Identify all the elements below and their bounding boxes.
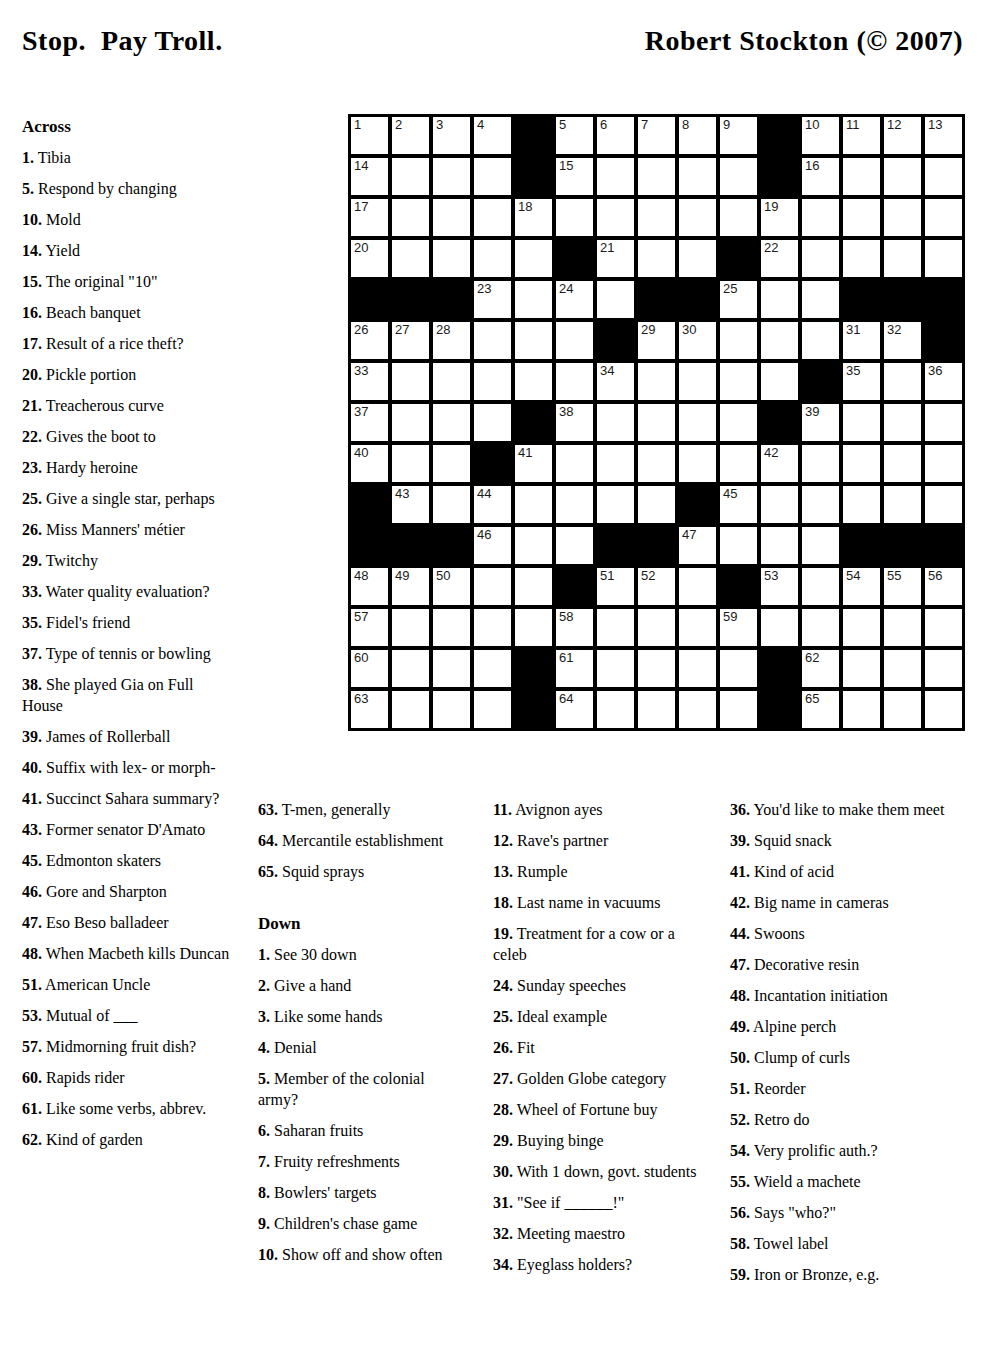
clue-across-1: 1. Tibia — [22, 147, 235, 168]
clue-down-19: 19. Treatment for a cow or a celeb — [493, 923, 706, 965]
cell-r14c3[interactable] — [433, 650, 470, 687]
cell-r9c5[interactable]: 41 — [515, 445, 552, 482]
cell-r7c14[interactable] — [884, 363, 921, 400]
cell-number-36: 36 — [928, 363, 942, 378]
cell-r5c10[interactable]: 25 — [720, 281, 757, 318]
cell-r4c5[interactable] — [515, 240, 552, 277]
cell-number-17: 17 — [354, 199, 368, 214]
cell-r9c15[interactable] — [925, 445, 962, 482]
black-cell-r5c1 — [351, 281, 388, 318]
cell-r12c12[interactable] — [802, 568, 839, 605]
cell-r13c11[interactable] — [761, 609, 798, 646]
clue-across-38: 38. She played Gia on Full House — [22, 674, 235, 716]
cell-r7c8[interactable] — [638, 363, 675, 400]
cell-r1c8[interactable]: 7 — [638, 117, 675, 154]
cell-r12c14[interactable]: 55 — [884, 568, 921, 605]
cell-r7c1[interactable]: 33 — [351, 363, 388, 400]
cell-r15c15[interactable] — [925, 691, 962, 728]
cell-r4c12[interactable] — [802, 240, 839, 277]
cell-r5c12[interactable] — [802, 281, 839, 318]
cell-r15c9[interactable] — [679, 691, 716, 728]
cell-r8c10[interactable] — [720, 404, 757, 441]
cell-r13c5[interactable] — [515, 609, 552, 646]
clue-number: 33. — [22, 583, 42, 600]
black-cell-r5c14 — [884, 281, 921, 318]
cell-r6c5[interactable] — [515, 322, 552, 359]
clue-number: 18. — [493, 894, 513, 911]
cell-r1c2[interactable]: 2 — [392, 117, 429, 154]
clue-number: 16. — [22, 304, 42, 321]
cell-r15c10[interactable] — [720, 691, 757, 728]
black-cell-r11c1 — [351, 527, 388, 564]
cell-r14c1[interactable]: 60 — [351, 650, 388, 687]
cell-number-47: 47 — [682, 527, 696, 542]
cell-r11c11[interactable] — [761, 527, 798, 564]
clue-number: 48. — [730, 987, 750, 1004]
clue-down-44: 44. Swoons — [730, 923, 955, 944]
cell-r10c3[interactable] — [433, 486, 470, 523]
cell-r8c4[interactable] — [474, 404, 511, 441]
cell-number-21: 21 — [600, 240, 614, 255]
clue-down-11: 11. Avignon ayes — [493, 799, 706, 820]
clue-across-45: 45. Edmonton skaters — [22, 850, 235, 871]
cell-r13c2[interactable] — [392, 609, 429, 646]
black-cell-r12c10 — [720, 568, 757, 605]
cell-r7c13[interactable]: 35 — [843, 363, 880, 400]
cell-r9c12[interactable] — [802, 445, 839, 482]
clue-number: 20. — [22, 366, 42, 383]
cell-r7c2[interactable] — [392, 363, 429, 400]
clue-down-1: 1. See 30 down — [258, 944, 465, 965]
cell-r9c9[interactable] — [679, 445, 716, 482]
cell-r6c3[interactable]: 28 — [433, 322, 470, 359]
cell-r14c2[interactable] — [392, 650, 429, 687]
cell-r6c2[interactable]: 27 — [392, 322, 429, 359]
cell-r6c4[interactable] — [474, 322, 511, 359]
cell-r10c5[interactable] — [515, 486, 552, 523]
clue-number: 45. — [22, 852, 42, 869]
clue-number: 17. — [22, 335, 42, 352]
cell-r3c1[interactable]: 17 — [351, 199, 388, 236]
black-cell-r6c7 — [597, 322, 634, 359]
clue-number: 22. — [22, 428, 42, 445]
cell-r2c13[interactable] — [843, 158, 880, 195]
cell-r7c5[interactable] — [515, 363, 552, 400]
cell-number-18: 18 — [518, 199, 532, 214]
cell-r4c13[interactable] — [843, 240, 880, 277]
cell-r3c8[interactable] — [638, 199, 675, 236]
clue-number: 23. — [22, 459, 42, 476]
clue-across-60: 60. Rapids rider — [22, 1067, 235, 1088]
cell-number-54: 54 — [846, 568, 860, 583]
cell-r11c10[interactable] — [720, 527, 757, 564]
cell-r12c4[interactable] — [474, 568, 511, 605]
black-cell-r14c11 — [761, 650, 798, 687]
clue-number: 3. — [258, 1008, 270, 1025]
clue-down-39: 39. Squid snack — [730, 830, 955, 851]
cell-r7c9[interactable] — [679, 363, 716, 400]
cell-r4c4[interactable] — [474, 240, 511, 277]
cell-number-10: 10 — [805, 117, 819, 132]
cell-r6c14[interactable]: 32 — [884, 322, 921, 359]
clue-number: 57. — [22, 1038, 42, 1055]
cell-r3c4[interactable] — [474, 199, 511, 236]
cell-r3c5[interactable]: 18 — [515, 199, 552, 236]
clue-across-41: 41. Succinct Sahara summary? — [22, 788, 235, 809]
cell-r11c5[interactable] — [515, 527, 552, 564]
clue-number: 47. — [22, 914, 42, 931]
cell-r12c8[interactable]: 52 — [638, 568, 675, 605]
cell-r1c6[interactable]: 5 — [556, 117, 593, 154]
cell-r5c7[interactable] — [597, 281, 634, 318]
cell-r3c2[interactable] — [392, 199, 429, 236]
cell-r8c2[interactable] — [392, 404, 429, 441]
clue-number: 59. — [730, 1266, 750, 1283]
cell-number-22: 22 — [764, 240, 778, 255]
cell-r4c14[interactable] — [884, 240, 921, 277]
cell-r3c11[interactable]: 19 — [761, 199, 798, 236]
cell-r1c15[interactable]: 13 — [925, 117, 962, 154]
cell-r9c10[interactable] — [720, 445, 757, 482]
cell-r11c9[interactable]: 47 — [679, 527, 716, 564]
cell-r5c6[interactable]: 24 — [556, 281, 593, 318]
clue-number: 7. — [258, 1153, 270, 1170]
black-cell-r8c11 — [761, 404, 798, 441]
cell-r12c2[interactable]: 49 — [392, 568, 429, 605]
clue-across-26: 26. Miss Manners' métier — [22, 519, 235, 540]
cell-r14c7[interactable] — [597, 650, 634, 687]
clue-number: 8. — [258, 1184, 270, 1201]
cell-r9c11[interactable]: 42 — [761, 445, 798, 482]
cell-r1c3[interactable]: 3 — [433, 117, 470, 154]
cell-r12c9[interactable] — [679, 568, 716, 605]
cell-number-24: 24 — [559, 281, 573, 296]
black-cell-r10c1 — [351, 486, 388, 523]
clue-across-57: 57. Midmorning fruit dish? — [22, 1036, 235, 1057]
black-cell-r5c13 — [843, 281, 880, 318]
cell-r15c14[interactable] — [884, 691, 921, 728]
cell-r4c15[interactable] — [925, 240, 962, 277]
cell-r2c12[interactable]: 16 — [802, 158, 839, 195]
cell-number-51: 51 — [600, 568, 614, 583]
cell-r12c15[interactable]: 56 — [925, 568, 962, 605]
clue-down-10: 10. Show off and show often — [258, 1244, 465, 1265]
cell-r3c3[interactable] — [433, 199, 470, 236]
cell-r10c12[interactable] — [802, 486, 839, 523]
black-cell-r6c15 — [925, 322, 962, 359]
cell-r4c9[interactable] — [679, 240, 716, 277]
cell-r2c2[interactable] — [392, 158, 429, 195]
cell-r2c10[interactable] — [720, 158, 757, 195]
cell-r8c7[interactable] — [597, 404, 634, 441]
cell-r2c9[interactable] — [679, 158, 716, 195]
cell-number-7: 7 — [641, 117, 648, 132]
cell-r1c1[interactable]: 1 — [351, 117, 388, 154]
cell-number-41: 41 — [518, 445, 532, 460]
cell-r6c12[interactable] — [802, 322, 839, 359]
black-cell-r14c5 — [515, 650, 552, 687]
cell-r10c15[interactable] — [925, 486, 962, 523]
cell-number-26: 26 — [354, 322, 368, 337]
cell-r2c15[interactable] — [925, 158, 962, 195]
cell-r6c13[interactable]: 31 — [843, 322, 880, 359]
cell-r14c9[interactable] — [679, 650, 716, 687]
cell-number-11: 11 — [846, 117, 860, 132]
black-cell-r9c4 — [474, 445, 511, 482]
cell-number-33: 33 — [354, 363, 368, 378]
cell-r4c7[interactable]: 21 — [597, 240, 634, 277]
clue-across-17: 17. Result of a rice theft? — [22, 333, 235, 354]
cell-r8c14[interactable] — [884, 404, 921, 441]
clue-across-10: 10. Mold — [22, 209, 235, 230]
cell-r5c5[interactable] — [515, 281, 552, 318]
cell-r10c10[interactable]: 45 — [720, 486, 757, 523]
cell-r6c9[interactable]: 30 — [679, 322, 716, 359]
cell-r6c6[interactable] — [556, 322, 593, 359]
cell-r5c4[interactable]: 23 — [474, 281, 511, 318]
clue-number: 39. — [730, 832, 750, 849]
clue-down-50: 50. Clump of curls — [730, 1047, 955, 1068]
cell-r3c9[interactable] — [679, 199, 716, 236]
cell-r2c7[interactable] — [597, 158, 634, 195]
cell-r13c10[interactable]: 59 — [720, 609, 757, 646]
cell-r11c12[interactable] — [802, 527, 839, 564]
cell-r10c2[interactable]: 43 — [392, 486, 429, 523]
cell-r4c1[interactable]: 20 — [351, 240, 388, 277]
clue-across-63: 63. T-men, generally — [258, 799, 465, 820]
cell-r7c4[interactable] — [474, 363, 511, 400]
cell-r1c14[interactable]: 12 — [884, 117, 921, 154]
cell-r13c9[interactable] — [679, 609, 716, 646]
cell-r9c13[interactable] — [843, 445, 880, 482]
clue-down-2: 2. Give a hand — [258, 975, 465, 996]
cell-number-27: 27 — [395, 322, 409, 337]
cell-r6c1[interactable]: 26 — [351, 322, 388, 359]
cell-r1c7[interactable]: 6 — [597, 117, 634, 154]
clue-number: 58. — [730, 1235, 750, 1252]
cell-r2c3[interactable] — [433, 158, 470, 195]
cell-r2c1[interactable]: 14 — [351, 158, 388, 195]
cell-r14c14[interactable] — [884, 650, 921, 687]
clue-number: 26. — [22, 521, 42, 538]
cell-number-52: 52 — [641, 568, 655, 583]
cell-number-62: 62 — [805, 650, 819, 665]
cell-r15c3[interactable] — [433, 691, 470, 728]
cell-r3c7[interactable] — [597, 199, 634, 236]
clue-number: 29. — [493, 1132, 513, 1149]
clue-number: 25. — [493, 1008, 513, 1025]
clue-down-59: 59. Iron or Bronze, e.g. — [730, 1264, 955, 1285]
cell-r9c8[interactable] — [638, 445, 675, 482]
cell-number-5: 5 — [559, 117, 566, 132]
clue-across-33: 33. Water quality evaluation? — [22, 581, 235, 602]
cell-r6c8[interactable]: 29 — [638, 322, 675, 359]
cell-r13c1[interactable]: 57 — [351, 609, 388, 646]
cell-r7c10[interactable] — [720, 363, 757, 400]
clue-down-31: 31. "See if ______!" — [493, 1192, 706, 1213]
cell-r13c14[interactable] — [884, 609, 921, 646]
clue-number: 51. — [730, 1080, 750, 1097]
cell-r8c1[interactable]: 37 — [351, 404, 388, 441]
clue-number: 14. — [22, 242, 42, 259]
black-cell-r11c7 — [597, 527, 634, 564]
cell-r6c10[interactable] — [720, 322, 757, 359]
clue-down-7: 7. Fruity refreshments — [258, 1151, 465, 1172]
cell-r13c7[interactable] — [597, 609, 634, 646]
cell-r7c11[interactable] — [761, 363, 798, 400]
cell-r2c8[interactable] — [638, 158, 675, 195]
cell-r14c15[interactable] — [925, 650, 962, 687]
cell-r7c6[interactable] — [556, 363, 593, 400]
cell-r15c1[interactable]: 63 — [351, 691, 388, 728]
clue-number: 27. — [493, 1070, 513, 1087]
cell-r15c2[interactable] — [392, 691, 429, 728]
cell-r5c11[interactable] — [761, 281, 798, 318]
clue-down-9: 9. Children's chase game — [258, 1213, 465, 1234]
cell-r13c3[interactable] — [433, 609, 470, 646]
clue-down-26: 26. Fit — [493, 1037, 706, 1058]
cell-r9c7[interactable] — [597, 445, 634, 482]
cell-r12c1[interactable]: 48 — [351, 568, 388, 605]
cell-number-40: 40 — [354, 445, 368, 460]
cell-r14c12[interactable]: 62 — [802, 650, 839, 687]
cell-r4c8[interactable] — [638, 240, 675, 277]
clue-number: 19. — [493, 925, 513, 942]
clue-down-25: 25. Ideal example — [493, 1006, 706, 1027]
cell-r6c11[interactable] — [761, 322, 798, 359]
clue-down-36: 36. You'd like to make them meet — [730, 799, 955, 820]
cell-r15c7[interactable] — [597, 691, 634, 728]
cell-number-8: 8 — [682, 117, 689, 132]
cell-r10c7[interactable] — [597, 486, 634, 523]
cell-number-35: 35 — [846, 363, 860, 378]
cell-r10c13[interactable] — [843, 486, 880, 523]
cell-r13c8[interactable] — [638, 609, 675, 646]
clue-across-35: 35. Fidel's friend — [22, 612, 235, 633]
cell-r3c15[interactable] — [925, 199, 962, 236]
cell-number-43: 43 — [395, 486, 409, 501]
cell-r7c3[interactable] — [433, 363, 470, 400]
cell-r8c15[interactable] — [925, 404, 962, 441]
cell-r11c6[interactable] — [556, 527, 593, 564]
cell-r8c8[interactable] — [638, 404, 675, 441]
cell-number-28: 28 — [436, 322, 450, 337]
clue-number: 46. — [22, 883, 42, 900]
cell-r10c14[interactable] — [884, 486, 921, 523]
cell-r13c6[interactable]: 58 — [556, 609, 593, 646]
clue-number: 43. — [22, 821, 42, 838]
clue-number: 25. — [22, 490, 42, 507]
crossword-page: Stop. Pay Troll. Robert Stockton (© 2007… — [0, 0, 982, 1360]
cell-number-2: 2 — [395, 117, 402, 132]
clue-down-48: 48. Incantation initiation — [730, 985, 955, 1006]
cell-r3c10[interactable] — [720, 199, 757, 236]
cell-r12c13[interactable]: 54 — [843, 568, 880, 605]
cell-r7c15[interactable]: 36 — [925, 363, 962, 400]
cell-r9c3[interactable] — [433, 445, 470, 482]
cell-r1c12[interactable]: 10 — [802, 117, 839, 154]
cell-r13c12[interactable] — [802, 609, 839, 646]
cell-r1c10[interactable]: 9 — [720, 117, 757, 154]
black-cell-r1c5 — [515, 117, 552, 154]
cell-r3c13[interactable] — [843, 199, 880, 236]
cell-r14c13[interactable] — [843, 650, 880, 687]
black-cell-r12c6 — [556, 568, 593, 605]
clue-number: 63. — [258, 801, 278, 818]
cell-r4c11[interactable]: 22 — [761, 240, 798, 277]
cell-r13c15[interactable] — [925, 609, 962, 646]
cell-r13c4[interactable] — [474, 609, 511, 646]
cell-r12c3[interactable]: 50 — [433, 568, 470, 605]
clue-number: 49. — [730, 1018, 750, 1035]
cell-r7c7[interactable]: 34 — [597, 363, 634, 400]
clue-number: 62. — [22, 1131, 42, 1148]
cell-r4c2[interactable] — [392, 240, 429, 277]
cell-r12c11[interactable]: 53 — [761, 568, 798, 605]
cell-r15c6[interactable]: 64 — [556, 691, 593, 728]
cell-r14c6[interactable]: 61 — [556, 650, 593, 687]
cell-r3c12[interactable] — [802, 199, 839, 236]
cell-r9c1[interactable]: 40 — [351, 445, 388, 482]
cell-r2c14[interactable] — [884, 158, 921, 195]
down-heading: Down — [258, 913, 465, 934]
cell-r8c3[interactable] — [433, 404, 470, 441]
cell-r9c14[interactable] — [884, 445, 921, 482]
cell-r15c4[interactable] — [474, 691, 511, 728]
cell-r8c9[interactable] — [679, 404, 716, 441]
cell-r9c6[interactable] — [556, 445, 593, 482]
cell-r8c12[interactable]: 39 — [802, 404, 839, 441]
cell-r15c13[interactable] — [843, 691, 880, 728]
cell-r8c13[interactable] — [843, 404, 880, 441]
cell-r12c7[interactable]: 51 — [597, 568, 634, 605]
clue-number: 24. — [493, 977, 513, 994]
cell-number-32: 32 — [887, 322, 901, 337]
cell-r14c8[interactable] — [638, 650, 675, 687]
cell-r10c8[interactable] — [638, 486, 675, 523]
cell-r10c11[interactable] — [761, 486, 798, 523]
clue-across-61: 61. Like some verbs, abbrev. — [22, 1098, 235, 1119]
cell-r3c14[interactable] — [884, 199, 921, 236]
black-cell-r10c9 — [679, 486, 716, 523]
clue-number: 51. — [22, 976, 42, 993]
cell-r4c3[interactable] — [433, 240, 470, 277]
cell-r1c13[interactable]: 11 — [843, 117, 880, 154]
cell-r13c13[interactable] — [843, 609, 880, 646]
cell-r14c4[interactable] — [474, 650, 511, 687]
cell-r15c8[interactable] — [638, 691, 675, 728]
cell-r10c6[interactable] — [556, 486, 593, 523]
cell-r9c2[interactable] — [392, 445, 429, 482]
clue-number: 44. — [730, 925, 750, 942]
clue-number: 4. — [258, 1039, 270, 1056]
cell-r3c6[interactable] — [556, 199, 593, 236]
cell-r14c10[interactable] — [720, 650, 757, 687]
cell-r2c4[interactable] — [474, 158, 511, 195]
cell-r8c6[interactable]: 38 — [556, 404, 593, 441]
clue-across-53: 53. Mutual of ___ — [22, 1005, 235, 1026]
black-cell-r4c6 — [556, 240, 593, 277]
cell-r12c5[interactable] — [515, 568, 552, 605]
clue-down-24: 24. Sunday speeches — [493, 975, 706, 996]
cell-r15c12[interactable]: 65 — [802, 691, 839, 728]
cell-r10c4[interactable]: 44 — [474, 486, 511, 523]
cell-r1c4[interactable]: 4 — [474, 117, 511, 154]
black-cell-r5c15 — [925, 281, 962, 318]
cell-r11c4[interactable]: 46 — [474, 527, 511, 564]
cell-r2c6[interactable]: 15 — [556, 158, 593, 195]
cell-r1c9[interactable]: 8 — [679, 117, 716, 154]
